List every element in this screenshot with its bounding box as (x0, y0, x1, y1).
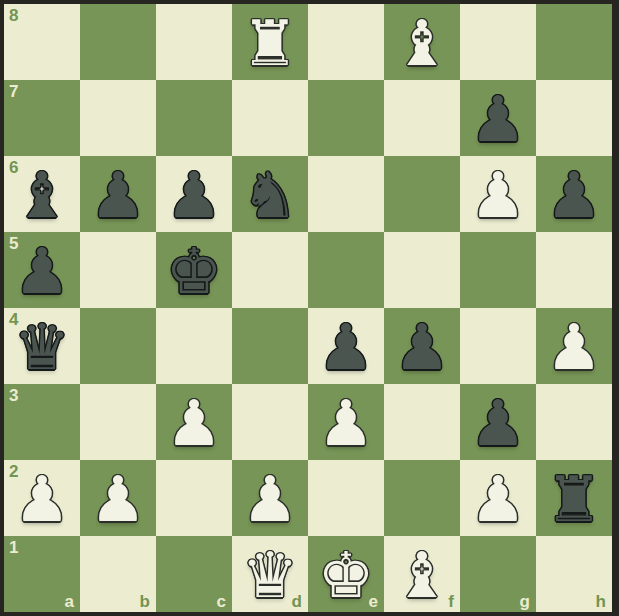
piece-black-knight-d6[interactable]: ♞ (232, 156, 308, 232)
square-e2[interactable] (308, 460, 384, 536)
rank-label-8: 8 (9, 7, 18, 24)
square-f8[interactable]: ♝ (384, 4, 460, 80)
square-d7[interactable] (232, 80, 308, 156)
square-g8[interactable] (460, 4, 536, 80)
file-label-a: a (65, 593, 74, 610)
square-a1[interactable]: 1a (4, 536, 80, 612)
piece-black-rook-h2[interactable]: ♜ (536, 460, 612, 536)
square-c3[interactable]: ♟ (156, 384, 232, 460)
square-d5[interactable] (232, 232, 308, 308)
square-f2[interactable] (384, 460, 460, 536)
board-frame: 8♜♝7♟6♝♟♟♞♟♟5♟♚4♛♟♟♟3♟♟♟2♟♟♟♟♜1abcd♛e♚f♝… (0, 0, 619, 616)
square-b6[interactable]: ♟ (80, 156, 156, 232)
square-h4[interactable]: ♟ (536, 308, 612, 384)
chess-board: 8♜♝7♟6♝♟♟♞♟♟5♟♚4♛♟♟♟3♟♟♟2♟♟♟♟♜1abcd♛e♚f♝… (4, 4, 612, 612)
square-d4[interactable] (232, 308, 308, 384)
square-c2[interactable] (156, 460, 232, 536)
square-h5[interactable] (536, 232, 612, 308)
file-label-b: b (140, 593, 150, 610)
piece-black-pawn-h6[interactable]: ♟ (536, 156, 612, 232)
square-d2[interactable]: ♟ (232, 460, 308, 536)
piece-white-pawn-b2[interactable]: ♟ (80, 460, 156, 536)
square-a4[interactable]: 4♛ (4, 308, 80, 384)
square-g5[interactable] (460, 232, 536, 308)
square-f4[interactable]: ♟ (384, 308, 460, 384)
piece-black-pawn-a5[interactable]: ♟ (4, 232, 80, 308)
square-g3[interactable]: ♟ (460, 384, 536, 460)
piece-white-queen-d1[interactable]: ♛ (232, 536, 308, 612)
piece-white-pawn-a2[interactable]: ♟ (4, 460, 80, 536)
square-h6[interactable]: ♟ (536, 156, 612, 232)
square-g7[interactable]: ♟ (460, 80, 536, 156)
square-a5[interactable]: 5♟ (4, 232, 80, 308)
square-e7[interactable] (308, 80, 384, 156)
piece-white-pawn-d2[interactable]: ♟ (232, 460, 308, 536)
square-b1[interactable]: b (80, 536, 156, 612)
piece-black-king-c5[interactable]: ♚ (156, 232, 232, 308)
square-e1[interactable]: e♚ (308, 536, 384, 612)
square-b5[interactable] (80, 232, 156, 308)
piece-white-pawn-c3[interactable]: ♟ (156, 384, 232, 460)
piece-black-pawn-f4[interactable]: ♟ (384, 308, 460, 384)
square-a3[interactable]: 3 (4, 384, 80, 460)
square-f1[interactable]: f♝ (384, 536, 460, 612)
rank-label-1: 1 (9, 539, 18, 556)
square-c4[interactable] (156, 308, 232, 384)
rank-label-3: 3 (9, 387, 18, 404)
piece-white-king-e1[interactable]: ♚ (308, 536, 384, 612)
piece-white-pawn-h4[interactable]: ♟ (536, 308, 612, 384)
piece-black-pawn-g7[interactable]: ♟ (460, 80, 536, 156)
piece-white-rook-d8[interactable]: ♜ (232, 4, 308, 80)
piece-white-bishop-f8[interactable]: ♝ (384, 4, 460, 80)
piece-white-bishop-f1[interactable]: ♝ (384, 536, 460, 612)
square-e3[interactable]: ♟ (308, 384, 384, 460)
piece-white-pawn-g6[interactable]: ♟ (460, 156, 536, 232)
square-b4[interactable] (80, 308, 156, 384)
square-c6[interactable]: ♟ (156, 156, 232, 232)
square-c8[interactable] (156, 4, 232, 80)
square-d8[interactable]: ♜ (232, 4, 308, 80)
file-label-g: g (520, 593, 530, 610)
square-b2[interactable]: ♟ (80, 460, 156, 536)
square-c7[interactable] (156, 80, 232, 156)
square-d6[interactable]: ♞ (232, 156, 308, 232)
square-e4[interactable]: ♟ (308, 308, 384, 384)
square-g1[interactable]: g (460, 536, 536, 612)
square-e8[interactable] (308, 4, 384, 80)
square-h7[interactable] (536, 80, 612, 156)
square-f5[interactable] (384, 232, 460, 308)
rank-label-7: 7 (9, 83, 18, 100)
file-label-c: c (217, 593, 226, 610)
square-a8[interactable]: 8 (4, 4, 80, 80)
square-g4[interactable] (460, 308, 536, 384)
square-c1[interactable]: c (156, 536, 232, 612)
square-h3[interactable] (536, 384, 612, 460)
square-h1[interactable]: h (536, 536, 612, 612)
square-g6[interactable]: ♟ (460, 156, 536, 232)
piece-black-bishop-a6[interactable]: ♝ (4, 156, 80, 232)
square-f6[interactable] (384, 156, 460, 232)
piece-black-pawn-g3[interactable]: ♟ (460, 384, 536, 460)
square-g2[interactable]: ♟ (460, 460, 536, 536)
piece-white-pawn-g2[interactable]: ♟ (460, 460, 536, 536)
square-f3[interactable] (384, 384, 460, 460)
square-d3[interactable] (232, 384, 308, 460)
square-f7[interactable] (384, 80, 460, 156)
square-a7[interactable]: 7 (4, 80, 80, 156)
square-b7[interactable] (80, 80, 156, 156)
piece-black-pawn-e4[interactable]: ♟ (308, 308, 384, 384)
square-a6[interactable]: 6♝ (4, 156, 80, 232)
file-label-h: h (596, 593, 606, 610)
square-b8[interactable] (80, 4, 156, 80)
square-d1[interactable]: d♛ (232, 536, 308, 612)
piece-black-pawn-b6[interactable]: ♟ (80, 156, 156, 232)
square-c5[interactable]: ♚ (156, 232, 232, 308)
square-h2[interactable]: ♜ (536, 460, 612, 536)
square-b3[interactable] (80, 384, 156, 460)
piece-black-pawn-c6[interactable]: ♟ (156, 156, 232, 232)
square-e6[interactable] (308, 156, 384, 232)
piece-black-queen-a4[interactable]: ♛ (4, 308, 80, 384)
square-a2[interactable]: 2♟ (4, 460, 80, 536)
piece-white-pawn-e3[interactable]: ♟ (308, 384, 384, 460)
square-e5[interactable] (308, 232, 384, 308)
square-h8[interactable] (536, 4, 612, 80)
